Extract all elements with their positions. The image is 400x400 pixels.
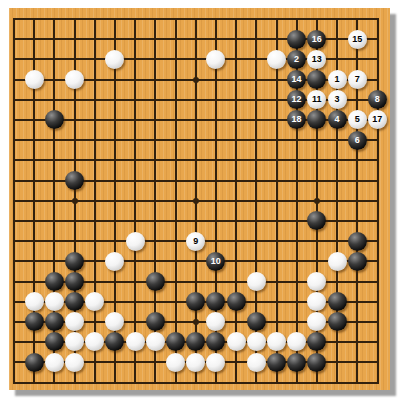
intersection[interactable] xyxy=(105,9,125,29)
intersection[interactable] xyxy=(4,170,24,190)
intersection[interactable] xyxy=(145,292,165,312)
intersection[interactable] xyxy=(347,251,367,271)
intersection[interactable] xyxy=(44,251,64,271)
intersection[interactable] xyxy=(165,170,185,190)
intersection[interactable] xyxy=(165,110,185,130)
intersection[interactable] xyxy=(266,49,286,69)
intersection[interactable] xyxy=(44,332,64,352)
intersection[interactable] xyxy=(266,191,286,211)
intersection[interactable] xyxy=(145,352,165,372)
intersection[interactable] xyxy=(24,49,44,69)
intersection[interactable] xyxy=(206,191,226,211)
intersection[interactable] xyxy=(226,231,246,251)
intersection[interactable] xyxy=(266,231,286,251)
intersection[interactable] xyxy=(44,130,64,150)
intersection[interactable]: 5 xyxy=(347,110,367,130)
intersection[interactable] xyxy=(367,352,387,372)
intersection[interactable] xyxy=(44,90,64,110)
intersection[interactable] xyxy=(206,150,226,170)
intersection[interactable] xyxy=(44,9,64,29)
intersection[interactable] xyxy=(367,231,387,251)
intersection[interactable] xyxy=(186,191,206,211)
intersection[interactable] xyxy=(165,231,185,251)
intersection[interactable] xyxy=(246,170,266,190)
intersection[interactable] xyxy=(165,69,185,89)
intersection[interactable] xyxy=(347,90,367,110)
intersection[interactable] xyxy=(4,49,24,69)
intersection[interactable] xyxy=(367,372,387,392)
intersection[interactable] xyxy=(327,211,347,231)
intersection[interactable] xyxy=(266,271,286,291)
intersection[interactable] xyxy=(4,292,24,312)
intersection[interactable] xyxy=(105,372,125,392)
intersection[interactable] xyxy=(4,312,24,332)
intersection[interactable] xyxy=(327,9,347,29)
intersection[interactable] xyxy=(307,110,327,130)
intersection[interactable] xyxy=(367,69,387,89)
intersection[interactable] xyxy=(287,292,307,312)
intersection[interactable] xyxy=(165,271,185,291)
intersection[interactable] xyxy=(145,130,165,150)
intersection[interactable] xyxy=(287,150,307,170)
intersection[interactable] xyxy=(64,352,84,372)
intersection[interactable] xyxy=(347,231,367,251)
intersection[interactable] xyxy=(85,352,105,372)
intersection[interactable] xyxy=(186,312,206,332)
intersection[interactable] xyxy=(266,292,286,312)
intersection[interactable] xyxy=(105,130,125,150)
intersection[interactable] xyxy=(4,69,24,89)
intersection[interactable]: 3 xyxy=(327,90,347,110)
intersection[interactable] xyxy=(24,211,44,231)
intersection[interactable] xyxy=(266,170,286,190)
intersection[interactable] xyxy=(206,9,226,29)
intersection[interactable]: 17 xyxy=(367,110,387,130)
intersection[interactable] xyxy=(24,231,44,251)
intersection[interactable] xyxy=(246,90,266,110)
intersection[interactable] xyxy=(307,251,327,271)
intersection[interactable] xyxy=(4,251,24,271)
intersection[interactable] xyxy=(226,251,246,271)
intersection[interactable] xyxy=(347,170,367,190)
intersection[interactable] xyxy=(367,312,387,332)
intersection[interactable] xyxy=(24,191,44,211)
intersection[interactable] xyxy=(165,312,185,332)
intersection[interactable] xyxy=(105,352,125,372)
intersection[interactable] xyxy=(105,29,125,49)
intersection[interactable] xyxy=(367,191,387,211)
intersection[interactable] xyxy=(125,211,145,231)
intersection[interactable] xyxy=(105,150,125,170)
intersection[interactable]: 2 xyxy=(287,49,307,69)
intersection[interactable] xyxy=(287,9,307,29)
intersection[interactable] xyxy=(105,332,125,352)
intersection[interactable] xyxy=(246,211,266,231)
intersection[interactable] xyxy=(246,130,266,150)
intersection[interactable] xyxy=(145,231,165,251)
intersection[interactable] xyxy=(246,352,266,372)
intersection[interactable] xyxy=(64,9,84,29)
intersection[interactable] xyxy=(307,312,327,332)
intersection[interactable] xyxy=(24,9,44,29)
intersection[interactable] xyxy=(165,130,185,150)
intersection[interactable] xyxy=(85,271,105,291)
intersection[interactable] xyxy=(347,9,367,29)
intersection[interactable] xyxy=(44,29,64,49)
intersection[interactable] xyxy=(24,130,44,150)
intersection[interactable] xyxy=(287,312,307,332)
intersection[interactable] xyxy=(105,271,125,291)
intersection[interactable] xyxy=(307,231,327,251)
intersection[interactable] xyxy=(64,49,84,69)
intersection[interactable] xyxy=(85,231,105,251)
intersection[interactable] xyxy=(266,332,286,352)
intersection[interactable] xyxy=(287,332,307,352)
intersection[interactable] xyxy=(105,191,125,211)
intersection[interactable]: 7 xyxy=(347,69,367,89)
intersection[interactable] xyxy=(24,292,44,312)
intersection[interactable] xyxy=(367,271,387,291)
intersection[interactable] xyxy=(44,170,64,190)
intersection[interactable] xyxy=(64,211,84,231)
intersection[interactable] xyxy=(327,150,347,170)
intersection[interactable] xyxy=(186,130,206,150)
intersection[interactable] xyxy=(327,271,347,291)
intersection[interactable] xyxy=(367,130,387,150)
intersection[interactable] xyxy=(246,110,266,130)
intersection[interactable] xyxy=(85,110,105,130)
intersection[interactable] xyxy=(367,211,387,231)
intersection[interactable] xyxy=(287,231,307,251)
intersection[interactable] xyxy=(186,9,206,29)
intersection[interactable] xyxy=(4,110,24,130)
intersection[interactable] xyxy=(246,29,266,49)
intersection[interactable] xyxy=(165,150,185,170)
intersection[interactable] xyxy=(4,211,24,231)
intersection[interactable] xyxy=(186,271,206,291)
intersection[interactable] xyxy=(4,231,24,251)
intersection[interactable] xyxy=(246,332,266,352)
intersection[interactable]: 15 xyxy=(347,29,367,49)
intersection[interactable] xyxy=(125,150,145,170)
intersection[interactable] xyxy=(145,170,165,190)
intersection[interactable] xyxy=(64,251,84,271)
intersection[interactable]: 16 xyxy=(307,29,327,49)
intersection[interactable] xyxy=(24,170,44,190)
intersection[interactable] xyxy=(145,150,165,170)
intersection[interactable] xyxy=(226,312,246,332)
intersection[interactable] xyxy=(246,372,266,392)
intersection[interactable] xyxy=(85,191,105,211)
intersection[interactable] xyxy=(64,110,84,130)
intersection[interactable] xyxy=(85,150,105,170)
intersection[interactable] xyxy=(105,110,125,130)
intersection[interactable] xyxy=(347,191,367,211)
intersection[interactable] xyxy=(24,110,44,130)
intersection[interactable] xyxy=(145,312,165,332)
intersection[interactable] xyxy=(64,90,84,110)
intersection[interactable] xyxy=(206,352,226,372)
intersection[interactable] xyxy=(246,9,266,29)
intersection[interactable] xyxy=(64,231,84,251)
intersection[interactable] xyxy=(307,9,327,29)
intersection[interactable] xyxy=(24,29,44,49)
intersection[interactable] xyxy=(4,9,24,29)
intersection[interactable]: 13 xyxy=(307,49,327,69)
intersection[interactable] xyxy=(85,130,105,150)
intersection[interactable] xyxy=(24,150,44,170)
intersection[interactable] xyxy=(64,130,84,150)
intersection[interactable] xyxy=(206,49,226,69)
intersection[interactable] xyxy=(307,130,327,150)
intersection[interactable] xyxy=(226,150,246,170)
intersection[interactable] xyxy=(44,292,64,312)
intersection[interactable] xyxy=(206,211,226,231)
intersection[interactable]: 12 xyxy=(287,90,307,110)
intersection[interactable] xyxy=(307,372,327,392)
intersection[interactable] xyxy=(145,372,165,392)
intersection[interactable]: 14 xyxy=(287,69,307,89)
intersection[interactable] xyxy=(85,69,105,89)
intersection[interactable] xyxy=(24,90,44,110)
intersection[interactable] xyxy=(85,372,105,392)
intersection[interactable] xyxy=(347,49,367,69)
intersection[interactable] xyxy=(64,29,84,49)
intersection[interactable] xyxy=(125,251,145,271)
intersection[interactable] xyxy=(287,251,307,271)
intersection[interactable]: 8 xyxy=(367,90,387,110)
intersection[interactable] xyxy=(105,292,125,312)
intersection[interactable] xyxy=(246,49,266,69)
intersection[interactable] xyxy=(347,352,367,372)
intersection[interactable] xyxy=(186,110,206,130)
intersection[interactable] xyxy=(226,211,246,231)
intersection[interactable] xyxy=(226,332,246,352)
intersection[interactable] xyxy=(186,90,206,110)
intersection[interactable] xyxy=(165,292,185,312)
intersection[interactable] xyxy=(85,251,105,271)
intersection[interactable] xyxy=(287,170,307,190)
intersection[interactable] xyxy=(85,332,105,352)
intersection[interactable] xyxy=(105,90,125,110)
intersection[interactable] xyxy=(287,352,307,372)
intersection[interactable] xyxy=(44,352,64,372)
intersection[interactable] xyxy=(24,332,44,352)
intersection[interactable] xyxy=(266,29,286,49)
intersection[interactable] xyxy=(206,90,226,110)
intersection[interactable] xyxy=(85,211,105,231)
intersection[interactable] xyxy=(125,231,145,251)
intersection[interactable] xyxy=(4,130,24,150)
intersection[interactable] xyxy=(347,332,367,352)
intersection[interactable] xyxy=(327,292,347,312)
intersection[interactable] xyxy=(64,292,84,312)
intersection[interactable] xyxy=(307,69,327,89)
intersection[interactable] xyxy=(246,271,266,291)
intersection[interactable] xyxy=(246,69,266,89)
intersection[interactable] xyxy=(307,271,327,291)
intersection[interactable] xyxy=(44,312,64,332)
intersection[interactable] xyxy=(4,271,24,291)
intersection[interactable] xyxy=(226,292,246,312)
intersection[interactable] xyxy=(105,211,125,231)
intersection[interactable] xyxy=(226,271,246,291)
intersection[interactable] xyxy=(327,49,347,69)
intersection[interactable] xyxy=(145,271,165,291)
intersection[interactable] xyxy=(105,231,125,251)
intersection[interactable] xyxy=(24,312,44,332)
intersection[interactable] xyxy=(44,191,64,211)
intersection[interactable] xyxy=(206,271,226,291)
intersection[interactable] xyxy=(206,332,226,352)
intersection[interactable] xyxy=(24,372,44,392)
intersection[interactable] xyxy=(186,251,206,271)
intersection[interactable] xyxy=(367,170,387,190)
intersection[interactable] xyxy=(125,191,145,211)
intersection[interactable] xyxy=(266,372,286,392)
intersection[interactable] xyxy=(226,29,246,49)
intersection[interactable] xyxy=(246,312,266,332)
intersection[interactable] xyxy=(327,312,347,332)
intersection[interactable] xyxy=(287,372,307,392)
intersection[interactable] xyxy=(367,292,387,312)
intersection[interactable] xyxy=(105,170,125,190)
intersection[interactable] xyxy=(4,29,24,49)
intersection[interactable] xyxy=(44,49,64,69)
intersection[interactable] xyxy=(287,29,307,49)
intersection[interactable] xyxy=(226,9,246,29)
intersection[interactable] xyxy=(165,29,185,49)
intersection[interactable] xyxy=(125,352,145,372)
intersection[interactable] xyxy=(125,312,145,332)
intersection[interactable] xyxy=(206,292,226,312)
intersection[interactable] xyxy=(186,332,206,352)
intersection[interactable] xyxy=(347,271,367,291)
intersection[interactable] xyxy=(105,312,125,332)
intersection[interactable] xyxy=(226,90,246,110)
intersection[interactable] xyxy=(367,29,387,49)
intersection[interactable] xyxy=(226,69,246,89)
intersection[interactable] xyxy=(226,191,246,211)
intersection[interactable] xyxy=(226,372,246,392)
intersection[interactable] xyxy=(64,170,84,190)
intersection[interactable] xyxy=(186,69,206,89)
intersection[interactable] xyxy=(206,130,226,150)
intersection[interactable] xyxy=(64,332,84,352)
intersection[interactable] xyxy=(165,372,185,392)
intersection[interactable] xyxy=(85,292,105,312)
intersection[interactable] xyxy=(165,49,185,69)
intersection[interactable] xyxy=(186,29,206,49)
intersection[interactable]: 18 xyxy=(287,110,307,130)
intersection[interactable] xyxy=(64,150,84,170)
intersection[interactable]: 10 xyxy=(206,251,226,271)
intersection[interactable] xyxy=(125,271,145,291)
intersection[interactable] xyxy=(347,292,367,312)
intersection[interactable] xyxy=(125,69,145,89)
intersection[interactable] xyxy=(307,211,327,231)
intersection[interactable] xyxy=(145,332,165,352)
intersection[interactable] xyxy=(367,251,387,271)
intersection[interactable] xyxy=(165,251,185,271)
intersection[interactable] xyxy=(4,352,24,372)
intersection[interactable] xyxy=(4,332,24,352)
intersection[interactable] xyxy=(64,312,84,332)
intersection[interactable] xyxy=(105,49,125,69)
intersection[interactable] xyxy=(125,90,145,110)
intersection[interactable] xyxy=(24,271,44,291)
intersection[interactable] xyxy=(327,231,347,251)
intersection[interactable] xyxy=(347,211,367,231)
intersection[interactable] xyxy=(165,191,185,211)
intersection[interactable] xyxy=(85,9,105,29)
intersection[interactable] xyxy=(266,150,286,170)
intersection[interactable] xyxy=(85,29,105,49)
intersection[interactable] xyxy=(85,170,105,190)
intersection[interactable] xyxy=(145,29,165,49)
intersection[interactable] xyxy=(24,352,44,372)
intersection[interactable] xyxy=(266,69,286,89)
intersection[interactable] xyxy=(307,332,327,352)
intersection[interactable] xyxy=(226,130,246,150)
intersection[interactable] xyxy=(44,110,64,130)
intersection[interactable] xyxy=(85,312,105,332)
intersection[interactable]: 11 xyxy=(307,90,327,110)
intersection[interactable] xyxy=(246,191,266,211)
intersection[interactable] xyxy=(24,69,44,89)
intersection[interactable] xyxy=(327,191,347,211)
intersection[interactable] xyxy=(327,170,347,190)
intersection[interactable] xyxy=(186,292,206,312)
intersection[interactable] xyxy=(44,211,64,231)
intersection[interactable] xyxy=(347,372,367,392)
intersection[interactable] xyxy=(64,271,84,291)
intersection[interactable] xyxy=(145,9,165,29)
intersection[interactable] xyxy=(206,312,226,332)
intersection[interactable] xyxy=(266,211,286,231)
intersection[interactable] xyxy=(307,150,327,170)
intersection[interactable] xyxy=(347,312,367,332)
intersection[interactable] xyxy=(145,191,165,211)
intersection[interactable] xyxy=(287,271,307,291)
intersection[interactable] xyxy=(246,231,266,251)
intersection[interactable] xyxy=(145,211,165,231)
intersection[interactable] xyxy=(186,372,206,392)
intersection[interactable] xyxy=(165,9,185,29)
intersection[interactable] xyxy=(186,49,206,69)
intersection[interactable] xyxy=(125,170,145,190)
intersection[interactable] xyxy=(266,352,286,372)
intersection[interactable] xyxy=(125,49,145,69)
intersection[interactable] xyxy=(165,90,185,110)
intersection[interactable] xyxy=(125,110,145,130)
intersection[interactable] xyxy=(145,49,165,69)
intersection[interactable] xyxy=(24,251,44,271)
intersection[interactable] xyxy=(186,170,206,190)
intersection[interactable] xyxy=(307,191,327,211)
intersection[interactable] xyxy=(165,352,185,372)
intersection[interactable] xyxy=(367,150,387,170)
intersection[interactable] xyxy=(266,312,286,332)
intersection[interactable] xyxy=(327,352,347,372)
intersection[interactable] xyxy=(226,352,246,372)
intersection[interactable] xyxy=(64,372,84,392)
intersection[interactable] xyxy=(64,191,84,211)
intersection[interactable] xyxy=(125,9,145,29)
intersection[interactable] xyxy=(266,90,286,110)
intersection[interactable] xyxy=(105,69,125,89)
go-board[interactable]: 161521314171211381845176910 xyxy=(9,8,390,390)
